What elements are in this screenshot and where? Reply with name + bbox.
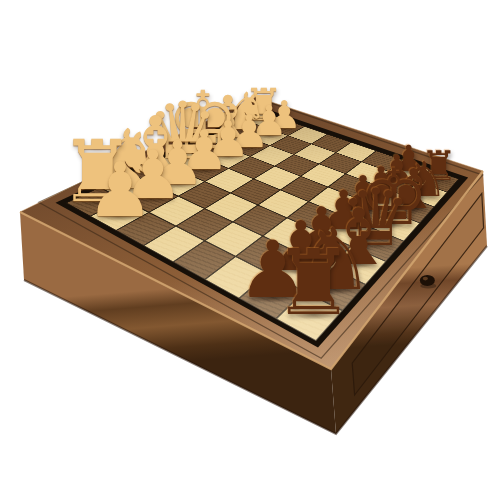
drawer-knob	[420, 275, 435, 286]
drawer-knob-highlight	[423, 277, 428, 281]
chess-set-photo: ♜♞♝♛♚♝♞♜♟♟♟♟♟♟♟♟♟♟♟♟♟♟♟♟♜♞♝♛♚♝♞♜	[0, 0, 500, 500]
